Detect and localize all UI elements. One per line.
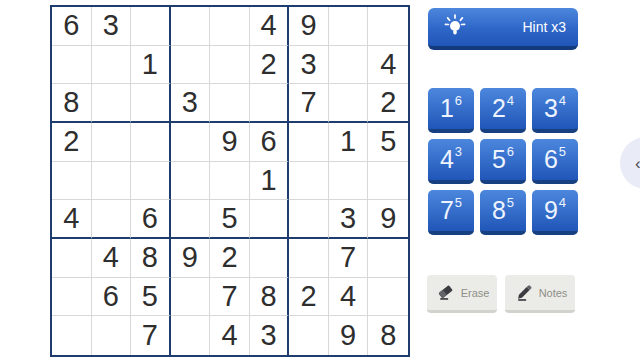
sudoku-cell-r9c5[interactable]: 4 — [210, 316, 250, 355]
sudoku-cell-r3c9[interactable]: 2 — [368, 84, 408, 123]
sudoku-cell-r6c1[interactable]: 4 — [52, 200, 92, 239]
sudoku-cell-r7c1[interactable] — [52, 239, 92, 278]
sudoku-cell-r4c5[interactable]: 9 — [210, 123, 250, 162]
digit-label: 9 — [544, 198, 558, 223]
sudoku-cell-r3c5[interactable] — [210, 84, 250, 123]
remaining-count-badge: 5 — [507, 196, 514, 209]
digit-6-button[interactable]: 65 — [532, 139, 578, 184]
sudoku-cell-r8c9[interactable] — [368, 278, 408, 317]
sudoku-cell-r7c7[interactable] — [289, 239, 329, 278]
remaining-count-badge: 3 — [455, 145, 462, 158]
remaining-count-badge: 4 — [507, 94, 514, 107]
sudoku-cell-r6c6[interactable] — [250, 200, 290, 239]
sudoku-cell-r2c5[interactable] — [210, 46, 250, 85]
sudoku-cell-r5c8[interactable] — [329, 162, 369, 201]
sudoku-cell-r2c7[interactable]: 3 — [289, 46, 329, 85]
sudoku-cell-r4c6[interactable]: 6 — [250, 123, 290, 162]
remaining-count-badge: 6 — [455, 94, 462, 107]
sudoku-cell-r6c7[interactable] — [289, 200, 329, 239]
sudoku-cell-r3c2[interactable] — [92, 84, 132, 123]
sudoku-cell-r1c6[interactable]: 4 — [250, 7, 290, 46]
sudoku-cell-r2c6[interactable]: 2 — [250, 46, 290, 85]
sudoku-cell-r4c8[interactable]: 1 — [329, 123, 369, 162]
sudoku-cell-r1c3[interactable] — [131, 7, 171, 46]
sudoku-cell-r8c6[interactable]: 8 — [250, 278, 290, 317]
sudoku-cell-r8c3[interactable]: 5 — [131, 278, 171, 317]
sudoku-cell-r4c4[interactable] — [171, 123, 211, 162]
sudoku-cell-r6c3[interactable]: 6 — [131, 200, 171, 239]
digit-label: 8 — [492, 198, 506, 223]
sudoku-cell-r1c4[interactable] — [171, 7, 211, 46]
sudoku-cell-r4c2[interactable] — [92, 123, 132, 162]
sudoku-cell-r3c6[interactable] — [250, 84, 290, 123]
sudoku-cell-r6c9[interactable]: 9 — [368, 200, 408, 239]
digit-1-button[interactable]: 16 — [428, 88, 474, 133]
sudoku-cell-r2c2[interactable] — [92, 46, 132, 85]
notes-label: Notes — [539, 287, 568, 299]
digit-3-button[interactable]: 34 — [532, 88, 578, 133]
sudoku-cell-r3c7[interactable]: 7 — [289, 84, 329, 123]
digit-7-button[interactable]: 75 — [428, 190, 474, 235]
sudoku-cell-r6c5[interactable]: 5 — [210, 200, 250, 239]
erase-button[interactable]: Erase — [427, 275, 497, 313]
remaining-count-badge: 6 — [507, 145, 514, 158]
sudoku-cell-r4c1[interactable]: 2 — [52, 123, 92, 162]
sudoku-cell-r4c7[interactable] — [289, 123, 329, 162]
sudoku-cell-r2c4[interactable] — [171, 46, 211, 85]
sudoku-cell-r2c1[interactable] — [52, 46, 92, 85]
sudoku-cell-r1c7[interactable]: 9 — [289, 7, 329, 46]
sudoku-cell-r3c8[interactable] — [329, 84, 369, 123]
sudoku-cell-r5c1[interactable] — [52, 162, 92, 201]
digit-9-button[interactable]: 94 — [532, 190, 578, 235]
sudoku-cell-r3c4[interactable]: 3 — [171, 84, 211, 123]
sudoku-cell-r7c4[interactable]: 9 — [171, 239, 211, 278]
sudoku-cell-r5c7[interactable] — [289, 162, 329, 201]
sudoku-cell-r1c5[interactable] — [210, 7, 250, 46]
sudoku-cell-r5c3[interactable] — [131, 162, 171, 201]
sudoku-cell-r8c5[interactable]: 7 — [210, 278, 250, 317]
sudoku-cell-r9c9[interactable]: 8 — [368, 316, 408, 355]
sudoku-cell-r7c6[interactable] — [250, 239, 290, 278]
sudoku-cell-r9c8[interactable]: 9 — [329, 316, 369, 355]
lightbulb-icon — [442, 14, 468, 40]
digit-label: 2 — [492, 96, 506, 121]
notes-button[interactable]: Notes — [505, 275, 575, 313]
sudoku-cell-r2c3[interactable]: 1 — [131, 46, 171, 85]
sudoku-cell-r5c9[interactable] — [368, 162, 408, 201]
erase-label: Erase — [461, 287, 490, 299]
remaining-count-badge: 4 — [559, 94, 566, 107]
sudoku-cell-r1c1[interactable]: 6 — [52, 7, 92, 46]
sudoku-cell-r7c8[interactable]: 7 — [329, 239, 369, 278]
chevron-left-icon: ‹ — [626, 155, 640, 172]
sudoku-cell-r2c8[interactable] — [329, 46, 369, 85]
sudoku-cell-r5c6[interactable]: 1 — [250, 162, 290, 201]
sudoku-cell-r1c8[interactable] — [329, 7, 369, 46]
sudoku-cell-r9c6[interactable]: 3 — [250, 316, 290, 355]
digit-8-button[interactable]: 85 — [480, 190, 526, 235]
digit-label: 5 — [492, 147, 506, 172]
remaining-count-badge: 5 — [559, 145, 566, 158]
sudoku-cell-r9c7[interactable] — [289, 316, 329, 355]
sudoku-cell-r7c2[interactable]: 4 — [92, 239, 132, 278]
sudoku-cell-r8c8[interactable]: 4 — [329, 278, 369, 317]
sudoku-cell-r5c5[interactable] — [210, 162, 250, 201]
digit-label: 1 — [440, 96, 454, 121]
digit-label: 6 — [544, 147, 558, 172]
sudoku-cell-r1c9[interactable] — [368, 7, 408, 46]
sudoku-cell-r6c4[interactable] — [171, 200, 211, 239]
digit-2-button[interactable]: 24 — [480, 88, 526, 133]
eraser-icon — [435, 282, 456, 303]
sudoku-cell-r4c3[interactable] — [131, 123, 171, 162]
sudoku-cell-r8c7[interactable]: 2 — [289, 278, 329, 317]
sudoku-cell-r6c2[interactable] — [92, 200, 132, 239]
digit-5-button[interactable]: 56 — [480, 139, 526, 184]
sudoku-cell-r4c9[interactable]: 5 — [368, 123, 408, 162]
sudoku-cell-r8c4[interactable] — [171, 278, 211, 317]
sudoku-cell-r9c2[interactable] — [92, 316, 132, 355]
sudoku-cell-r7c3[interactable]: 8 — [131, 239, 171, 278]
digit-label: 4 — [440, 147, 454, 172]
digit-4-button[interactable]: 43 — [428, 139, 474, 184]
sudoku-cell-r3c1[interactable]: 8 — [52, 84, 92, 123]
sudoku-cell-r1c2[interactable]: 3 — [92, 7, 132, 46]
remaining-count-badge: 5 — [455, 196, 462, 209]
sudoku-cell-r5c4[interactable] — [171, 162, 211, 201]
sudoku-cell-r2c9[interactable]: 4 — [368, 46, 408, 85]
tool-buttons: Erase Notes — [427, 275, 575, 313]
digit-label: 3 — [544, 96, 558, 121]
sudoku-cell-r5c2[interactable] — [92, 162, 132, 201]
remaining-count-badge: 4 — [559, 196, 566, 209]
number-pad: 162434435665758594 — [428, 88, 578, 235]
sudoku-cell-r8c1[interactable] — [52, 278, 92, 317]
sudoku-cell-r7c9[interactable] — [368, 239, 408, 278]
sudoku-cell-r9c4[interactable] — [171, 316, 211, 355]
hint-button[interactable]: Hint x3 — [428, 8, 578, 50]
pencil-icon — [513, 282, 534, 303]
sudoku-cell-r6c8[interactable]: 3 — [329, 200, 369, 239]
sudoku-cell-r8c2[interactable]: 6 — [92, 278, 132, 317]
sudoku-cell-r7c5[interactable]: 2 — [210, 239, 250, 278]
sudoku-cell-r9c3[interactable]: 7 — [131, 316, 171, 355]
hint-label: Hint x3 — [522, 19, 566, 35]
sudoku-cell-r9c1[interactable] — [52, 316, 92, 355]
sudoku-board: 634912348372296151465394892765782474398 — [50, 5, 410, 357]
sudoku-cell-r3c3[interactable] — [131, 84, 171, 123]
digit-label: 7 — [440, 198, 454, 223]
panel-toggle-button[interactable]: ‹ — [620, 137, 640, 189]
